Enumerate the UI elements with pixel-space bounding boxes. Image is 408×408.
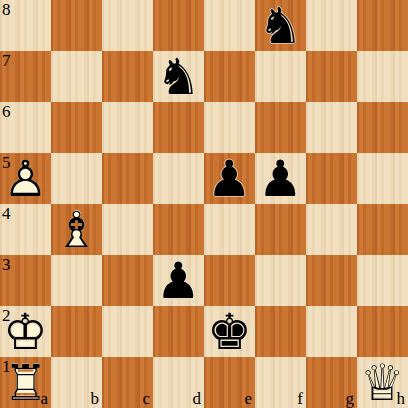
rank-label-7: 7 <box>2 52 11 69</box>
square-d7[interactable]: ♞ <box>153 51 204 102</box>
square-h4[interactable] <box>357 204 408 255</box>
square-g3[interactable] <box>306 255 357 306</box>
black-knight-glyph: ♞ <box>156 52 201 102</box>
square-a5[interactable]: 5♟♙ <box>0 153 51 204</box>
square-f6[interactable] <box>255 102 306 153</box>
black-pawn-glyph: ♟ <box>207 154 252 204</box>
square-h7[interactable] <box>357 51 408 102</box>
rank-label-1: 1 <box>2 358 11 375</box>
square-h5[interactable] <box>357 153 408 204</box>
square-d3[interactable]: ♟ <box>153 255 204 306</box>
square-e6[interactable] <box>204 102 255 153</box>
square-c6[interactable] <box>102 102 153 153</box>
square-f3[interactable] <box>255 255 306 306</box>
square-h6[interactable] <box>357 102 408 153</box>
black-pawn-glyph: ♟ <box>156 256 201 306</box>
rank-label-2: 2 <box>2 307 11 324</box>
file-label-c: c <box>142 390 150 407</box>
square-a2[interactable]: 2♚♔ <box>0 306 51 357</box>
square-e5[interactable]: ♟ <box>204 153 255 204</box>
square-a7[interactable]: 7 <box>0 51 51 102</box>
square-d1[interactable]: d <box>153 357 204 408</box>
square-e2[interactable]: ♚ <box>204 306 255 357</box>
square-d4[interactable] <box>153 204 204 255</box>
file-label-h: h <box>397 390 406 407</box>
square-h3[interactable] <box>357 255 408 306</box>
square-b8[interactable] <box>51 0 102 51</box>
square-b4[interactable]: ♝♗ <box>51 204 102 255</box>
white-bishop-outline-glyph: ♗ <box>54 205 99 255</box>
square-b1[interactable]: b <box>51 357 102 408</box>
piece-black-knight-f8[interactable]: ♞ <box>255 0 306 51</box>
square-c2[interactable] <box>102 306 153 357</box>
square-a4[interactable]: 4 <box>0 204 51 255</box>
file-label-f: f <box>297 390 303 407</box>
rank-label-6: 6 <box>2 103 11 120</box>
square-g4[interactable] <box>306 204 357 255</box>
square-b3[interactable] <box>51 255 102 306</box>
square-c7[interactable] <box>102 51 153 102</box>
square-f1[interactable]: f <box>255 357 306 408</box>
square-g1[interactable]: g <box>306 357 357 408</box>
square-f4[interactable] <box>255 204 306 255</box>
square-c8[interactable] <box>102 0 153 51</box>
rank-label-8: 8 <box>2 1 11 18</box>
square-f5[interactable]: ♟ <box>255 153 306 204</box>
square-f8[interactable]: ♞ <box>255 0 306 51</box>
square-g8[interactable] <box>306 0 357 51</box>
square-c4[interactable] <box>102 204 153 255</box>
piece-black-pawn-d3[interactable]: ♟ <box>153 255 204 306</box>
piece-black-king-e2[interactable]: ♚ <box>204 306 255 357</box>
square-g5[interactable] <box>306 153 357 204</box>
black-pawn-glyph: ♟ <box>258 154 303 204</box>
square-a3[interactable]: 3 <box>0 255 51 306</box>
rank-label-3: 3 <box>2 256 11 273</box>
square-c5[interactable] <box>102 153 153 204</box>
file-label-e: e <box>244 390 252 407</box>
square-h2[interactable] <box>357 306 408 357</box>
square-d5[interactable] <box>153 153 204 204</box>
square-b7[interactable] <box>51 51 102 102</box>
piece-black-pawn-f5[interactable]: ♟ <box>255 153 306 204</box>
rank-label-4: 4 <box>2 205 11 222</box>
square-g7[interactable] <box>306 51 357 102</box>
square-d6[interactable] <box>153 102 204 153</box>
square-e7[interactable] <box>204 51 255 102</box>
square-f7[interactable] <box>255 51 306 102</box>
square-f2[interactable] <box>255 306 306 357</box>
square-h1[interactable]: h♛♕ <box>357 357 408 408</box>
chess-diagram: 8♞7♞65♟♙♟♟4♝♗3♟2♚♔♚1a♜♖bcdefgh♛♕ <box>0 0 408 408</box>
square-a8[interactable]: 8 <box>0 0 51 51</box>
file-label-a: a <box>40 390 48 407</box>
piece-black-knight-d7[interactable]: ♞ <box>153 51 204 102</box>
chess-board: 8♞7♞65♟♙♟♟4♝♗3♟2♚♔♚1a♜♖bcdefgh♛♕ <box>0 0 408 408</box>
square-b5[interactable] <box>51 153 102 204</box>
piece-white-bishop-b4[interactable]: ♝♗ <box>51 204 102 255</box>
file-label-b: b <box>91 390 100 407</box>
square-g6[interactable] <box>306 102 357 153</box>
square-e4[interactable] <box>204 204 255 255</box>
square-e1[interactable]: e <box>204 357 255 408</box>
black-king-glyph: ♚ <box>207 307 252 357</box>
square-e3[interactable] <box>204 255 255 306</box>
square-h8[interactable] <box>357 0 408 51</box>
square-b6[interactable] <box>51 102 102 153</box>
file-label-d: d <box>193 390 202 407</box>
square-e8[interactable] <box>204 0 255 51</box>
square-c1[interactable]: c <box>102 357 153 408</box>
file-label-g: g <box>346 390 355 407</box>
square-b2[interactable] <box>51 306 102 357</box>
square-d8[interactable] <box>153 0 204 51</box>
square-a1[interactable]: 1a♜♖ <box>0 357 51 408</box>
rank-label-5: 5 <box>2 154 11 171</box>
square-d2[interactable] <box>153 306 204 357</box>
square-g2[interactable] <box>306 306 357 357</box>
black-knight-glyph: ♞ <box>258 1 303 51</box>
piece-black-pawn-e5[interactable]: ♟ <box>204 153 255 204</box>
square-a6[interactable]: 6 <box>0 102 51 153</box>
square-c3[interactable] <box>102 255 153 306</box>
